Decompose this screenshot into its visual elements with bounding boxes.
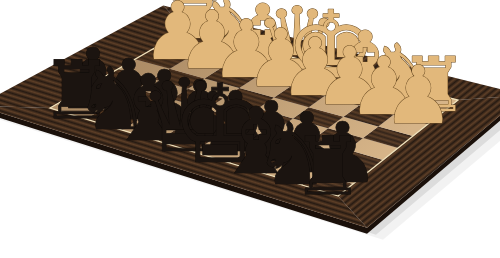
product-photo[interactable]: ♜♞♟♝♟♛♟♚♟♝♟♞♟♟♜♟♜♟♟♞♟♝♟♟♛♟♚♟♝♟♞♜	[0, 0, 500, 258]
black-rook-h8: ♜	[291, 119, 363, 213]
chess-board-photo: ♜♞♟♝♟♛♟♚♟♝♟♞♟♟♜♟♜♟♟♞♟♝♟♟♛♟♚♟♝♟♞♜	[0, 0, 500, 258]
white-pawn-h2: ♟	[382, 49, 454, 142]
